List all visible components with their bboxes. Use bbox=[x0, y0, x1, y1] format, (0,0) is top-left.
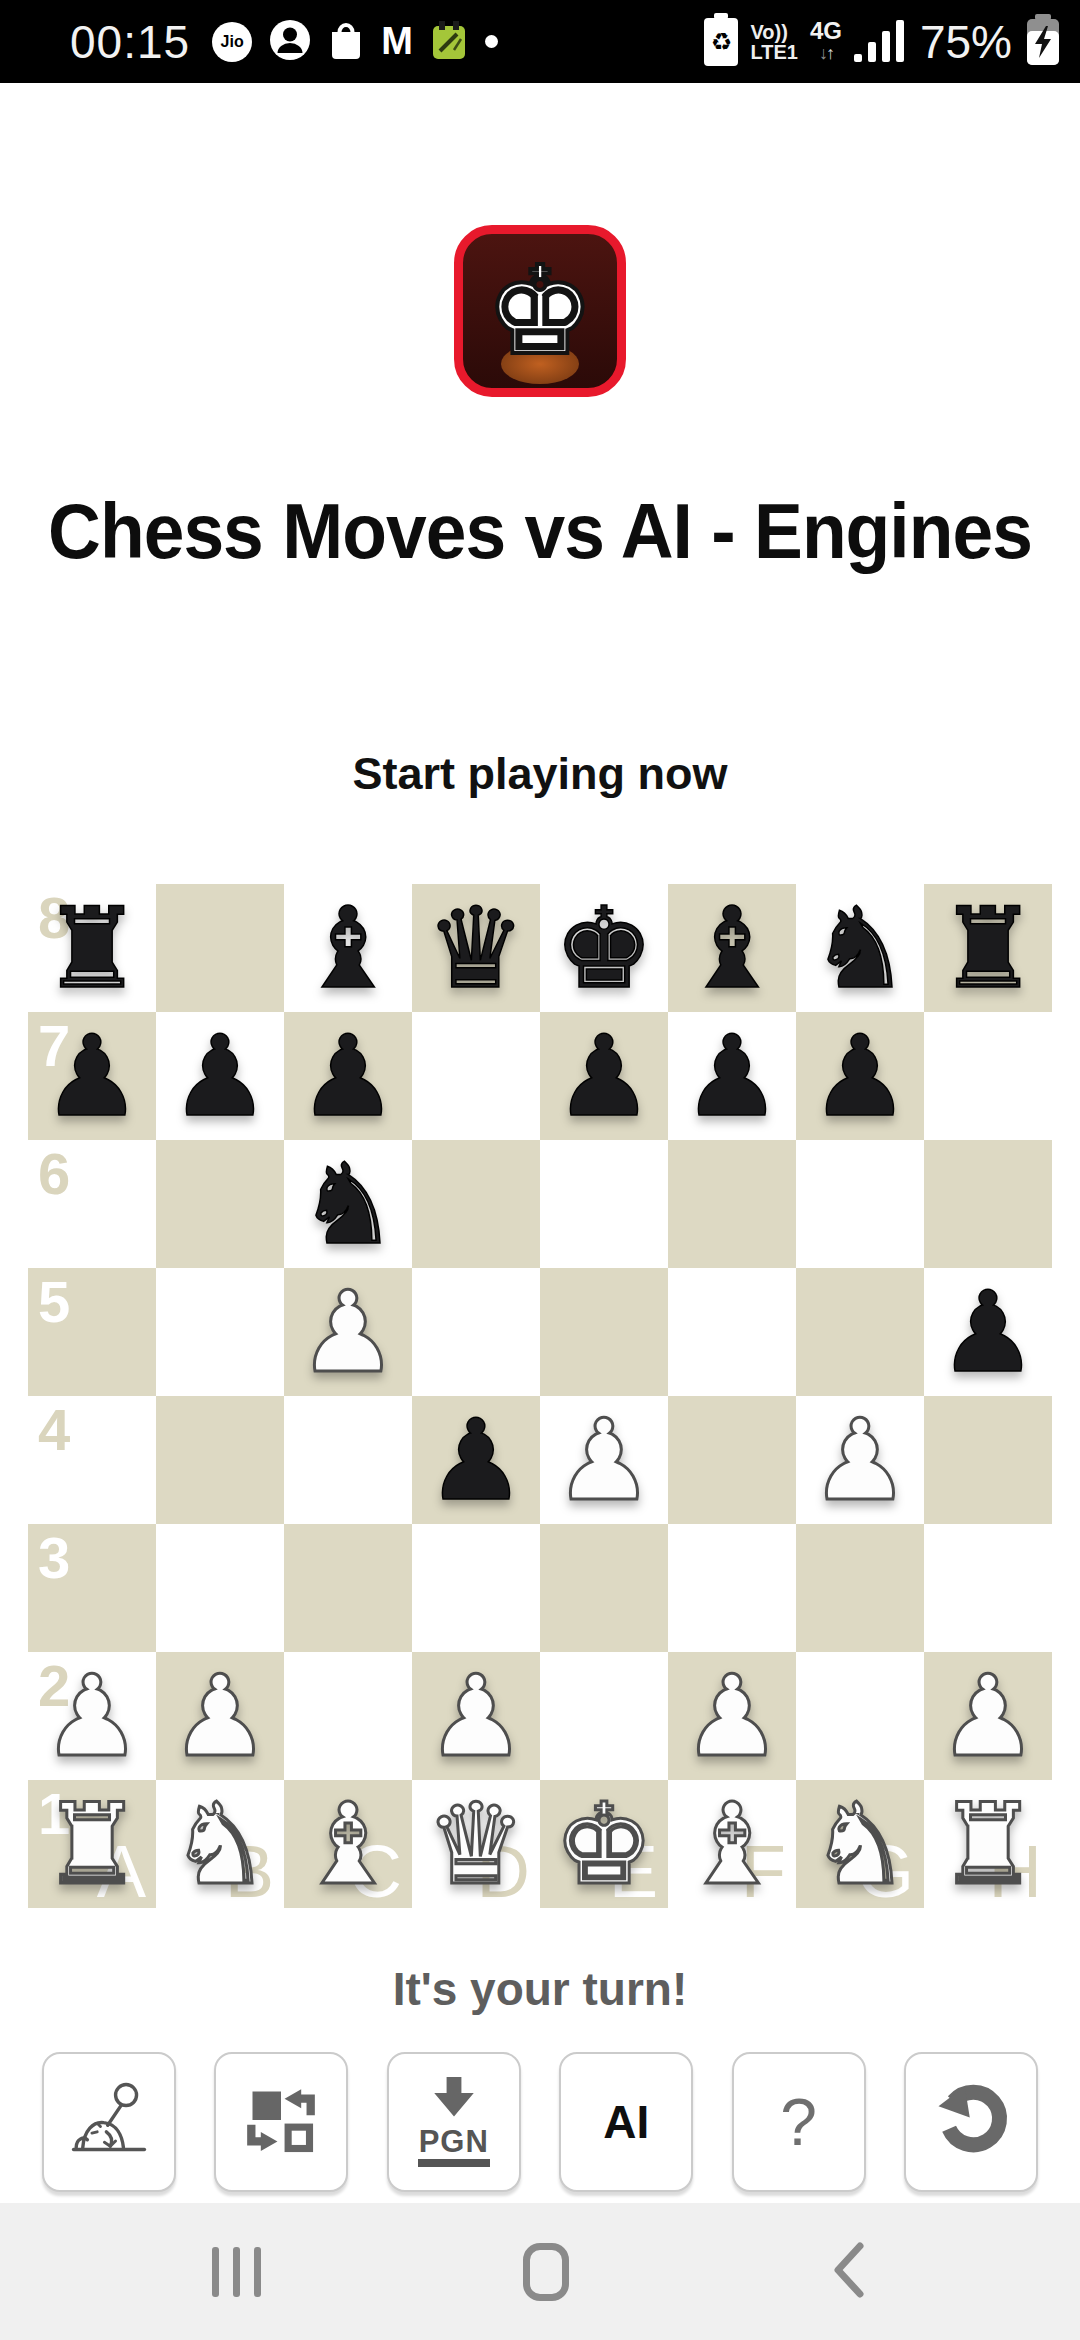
square-e8[interactable]: ♚ bbox=[540, 884, 668, 1012]
white-rook[interactable]: ♜ bbox=[42, 1788, 142, 1900]
battery-saver-icon: ♻ bbox=[704, 18, 738, 66]
square-d4[interactable]: ♟ bbox=[412, 1396, 540, 1524]
square-h5[interactable]: ♟ bbox=[924, 1268, 1052, 1396]
square-g5[interactable] bbox=[796, 1268, 924, 1396]
square-d2[interactable]: ♟ bbox=[412, 1652, 540, 1780]
square-f1[interactable]: F♝ bbox=[668, 1780, 796, 1908]
square-e5[interactable] bbox=[540, 1268, 668, 1396]
white-king-logo-icon: ♚ bbox=[485, 250, 594, 372]
black-queen[interactable]: ♛ bbox=[426, 892, 526, 1004]
square-e6[interactable] bbox=[540, 1140, 668, 1268]
square-f7[interactable]: ♟ bbox=[668, 1012, 796, 1140]
back-button[interactable] bbox=[830, 2241, 868, 2303]
system-status-icons: ♻ Vo)) LTE1 4G ↓↑ 75% bbox=[704, 14, 1062, 70]
square-e2[interactable] bbox=[540, 1652, 668, 1780]
turn-status-text: It's your turn! bbox=[0, 1962, 1080, 2016]
rank-label: 3 bbox=[38, 1524, 70, 1591]
account-icon bbox=[269, 19, 311, 65]
square-c1[interactable]: C♝ bbox=[284, 1780, 412, 1908]
black-pawn[interactable]: ♟ bbox=[810, 1020, 910, 1132]
square-d8[interactable]: ♛ bbox=[412, 884, 540, 1012]
square-f8[interactable]: ♝ bbox=[668, 884, 796, 1012]
square-g2[interactable] bbox=[796, 1652, 924, 1780]
black-pawn[interactable]: ♟ bbox=[298, 1020, 398, 1132]
square-e1[interactable]: E♚ bbox=[540, 1780, 668, 1908]
square-f5[interactable] bbox=[668, 1268, 796, 1396]
square-b5[interactable] bbox=[156, 1268, 284, 1396]
undo-button[interactable] bbox=[904, 2052, 1038, 2192]
square-d7[interactable] bbox=[412, 1012, 540, 1140]
black-bishop[interactable]: ♝ bbox=[682, 892, 782, 1004]
square-h7[interactable] bbox=[924, 1012, 1052, 1140]
square-e4[interactable]: ♟ bbox=[540, 1396, 668, 1524]
white-pawn[interactable]: ♟ bbox=[810, 1404, 910, 1516]
toolbar: PGN AI ? bbox=[0, 2052, 1080, 2192]
notes-app-icon bbox=[430, 19, 468, 65]
square-g6[interactable] bbox=[796, 1140, 924, 1268]
black-pawn[interactable]: ♟ bbox=[938, 1276, 1038, 1388]
square-d3[interactable] bbox=[412, 1524, 540, 1652]
signal-strength-icon bbox=[854, 16, 908, 68]
square-f3[interactable] bbox=[668, 1524, 796, 1652]
square-h8[interactable]: ♜ bbox=[924, 884, 1052, 1012]
black-pawn[interactable]: ♟ bbox=[554, 1020, 654, 1132]
white-pawn[interactable]: ♟ bbox=[426, 1660, 526, 1772]
white-knight[interactable]: ♞ bbox=[170, 1788, 270, 1900]
black-rook[interactable]: ♜ bbox=[42, 892, 142, 1004]
square-a2[interactable]: 2♟ bbox=[28, 1652, 156, 1780]
square-a7[interactable]: 7♟ bbox=[28, 1012, 156, 1140]
shopping-bag-icon bbox=[328, 19, 364, 65]
square-a6[interactable]: 6 bbox=[28, 1140, 156, 1268]
square-a3[interactable]: 3 bbox=[28, 1524, 156, 1652]
export-pgn-button[interactable]: PGN bbox=[387, 2052, 521, 2192]
square-c3[interactable] bbox=[284, 1524, 412, 1652]
black-pawn[interactable]: ♟ bbox=[170, 1020, 270, 1132]
square-b4[interactable] bbox=[156, 1396, 284, 1524]
black-king[interactable]: ♚ bbox=[554, 892, 654, 1004]
volte-indicator: Vo)) LTE1 bbox=[750, 22, 797, 62]
square-h1[interactable]: H♜ bbox=[924, 1780, 1052, 1908]
square-g1[interactable]: G♞ bbox=[796, 1780, 924, 1908]
square-h6[interactable] bbox=[924, 1140, 1052, 1268]
start-playing-label: Start playing now bbox=[0, 748, 1080, 800]
square-b2[interactable]: ♟ bbox=[156, 1652, 284, 1780]
flip-board-icon bbox=[243, 2082, 319, 2162]
battery-percent: 75% bbox=[920, 15, 1012, 69]
volte-top: Vo)) bbox=[750, 22, 787, 42]
undo-icon bbox=[931, 2080, 1011, 2164]
square-a5[interactable]: 5 bbox=[28, 1268, 156, 1396]
square-c4[interactable] bbox=[284, 1396, 412, 1524]
white-bishop[interactable]: ♝ bbox=[682, 1788, 782, 1900]
square-a1[interactable]: 1A♜ bbox=[28, 1780, 156, 1908]
square-d5[interactable] bbox=[412, 1268, 540, 1396]
flip-board-button[interactable] bbox=[214, 2052, 348, 2192]
clock: 00:15 bbox=[70, 15, 190, 69]
square-e3[interactable] bbox=[540, 1524, 668, 1652]
page-title: Chess Moves vs AI - Engines bbox=[27, 487, 1053, 576]
square-f2[interactable]: ♟ bbox=[668, 1652, 796, 1780]
black-pawn[interactable]: ♟ bbox=[682, 1020, 782, 1132]
square-a4[interactable]: 4 bbox=[28, 1396, 156, 1524]
square-g3[interactable] bbox=[796, 1524, 924, 1652]
square-b6[interactable] bbox=[156, 1140, 284, 1268]
square-c5[interactable]: ♟ bbox=[284, 1268, 412, 1396]
black-pawn[interactable]: ♟ bbox=[426, 1404, 526, 1516]
white-knight[interactable]: ♞ bbox=[810, 1788, 910, 1900]
jio-icon: Jio bbox=[212, 22, 252, 62]
white-pawn[interactable]: ♟ bbox=[170, 1660, 270, 1772]
white-king[interactable]: ♚ bbox=[554, 1788, 654, 1900]
white-queen[interactable]: ♛ bbox=[426, 1788, 526, 1900]
question-mark-icon: ? bbox=[780, 2084, 817, 2160]
notification-icons: Jio M bbox=[212, 19, 498, 65]
square-f6[interactable] bbox=[668, 1140, 796, 1268]
black-knight[interactable]: ♞ bbox=[298, 1148, 398, 1260]
square-d1[interactable]: D♛ bbox=[412, 1780, 540, 1908]
square-h4[interactable] bbox=[924, 1396, 1052, 1524]
download-arrow-icon bbox=[429, 2077, 479, 2123]
black-pawn[interactable]: ♟ bbox=[42, 1020, 142, 1132]
square-e7[interactable]: ♟ bbox=[540, 1012, 668, 1140]
square-h2[interactable]: ♟ bbox=[924, 1652, 1052, 1780]
pgn-label: PGN bbox=[418, 2125, 490, 2167]
myntra-icon: M bbox=[381, 20, 413, 63]
volte-bottom: LTE1 bbox=[750, 42, 797, 62]
gear-lever-icon bbox=[67, 2078, 151, 2166]
white-pawn[interactable]: ♟ bbox=[42, 1660, 142, 1772]
status-bar: 00:15 Jio M bbox=[0, 0, 1080, 83]
square-g7[interactable]: ♟ bbox=[796, 1012, 924, 1140]
square-b8[interactable] bbox=[156, 884, 284, 1012]
black-bishop[interactable]: ♝ bbox=[298, 892, 398, 1004]
battery-charging-icon bbox=[1024, 14, 1062, 70]
square-b1[interactable]: B♞ bbox=[156, 1780, 284, 1908]
white-pawn[interactable]: ♟ bbox=[682, 1660, 782, 1772]
rank-label: 4 bbox=[38, 1396, 70, 1463]
square-c6[interactable]: ♞ bbox=[284, 1140, 412, 1268]
square-c7[interactable]: ♟ bbox=[284, 1012, 412, 1140]
network-4g-label: 4G bbox=[810, 20, 842, 42]
android-nav-bar bbox=[0, 2203, 1080, 2340]
ai-label: AI bbox=[603, 2095, 649, 2149]
home-button[interactable] bbox=[523, 2243, 569, 2301]
help-button[interactable]: ? bbox=[732, 2052, 866, 2192]
white-pawn[interactable]: ♟ bbox=[554, 1404, 654, 1516]
rank-label: 5 bbox=[38, 1268, 70, 1335]
square-h3[interactable] bbox=[924, 1524, 1052, 1652]
square-f4[interactable] bbox=[668, 1396, 796, 1524]
square-d6[interactable] bbox=[412, 1140, 540, 1268]
ai-button[interactable]: AI bbox=[559, 2052, 693, 2192]
rank-label: 6 bbox=[38, 1140, 70, 1207]
black-rook[interactable]: ♜ bbox=[938, 892, 1038, 1004]
white-pawn[interactable]: ♟ bbox=[938, 1660, 1038, 1772]
square-b7[interactable]: ♟ bbox=[156, 1012, 284, 1140]
white-pawn[interactable]: ♟ bbox=[298, 1276, 398, 1388]
data-arrows-icon: ↓↑ bbox=[819, 42, 833, 64]
engine-lever-button[interactable] bbox=[42, 2052, 176, 2192]
white-bishop[interactable]: ♝ bbox=[298, 1788, 398, 1900]
black-knight[interactable]: ♞ bbox=[810, 892, 910, 1004]
network-type-indicator: 4G ↓↑ bbox=[810, 20, 842, 64]
square-c2[interactable] bbox=[284, 1652, 412, 1780]
square-a8[interactable]: 8♜ bbox=[28, 884, 156, 1012]
square-b3[interactable] bbox=[156, 1524, 284, 1652]
white-rook[interactable]: ♜ bbox=[938, 1788, 1038, 1900]
app-icon: ♚ bbox=[454, 225, 626, 397]
notification-dot bbox=[485, 35, 498, 48]
square-g8[interactable]: ♞ bbox=[796, 884, 924, 1012]
recents-button[interactable] bbox=[212, 2247, 261, 2297]
chess-board[interactable]: 8♜♝♛♚♝♞♜7♟♟♟♟♟♟6♞5♟♟4♟♟♟32♟♟♟♟♟1A♜B♞C♝D♛… bbox=[28, 884, 1052, 1908]
square-c8[interactable]: ♝ bbox=[284, 884, 412, 1012]
square-g4[interactable]: ♟ bbox=[796, 1396, 924, 1524]
